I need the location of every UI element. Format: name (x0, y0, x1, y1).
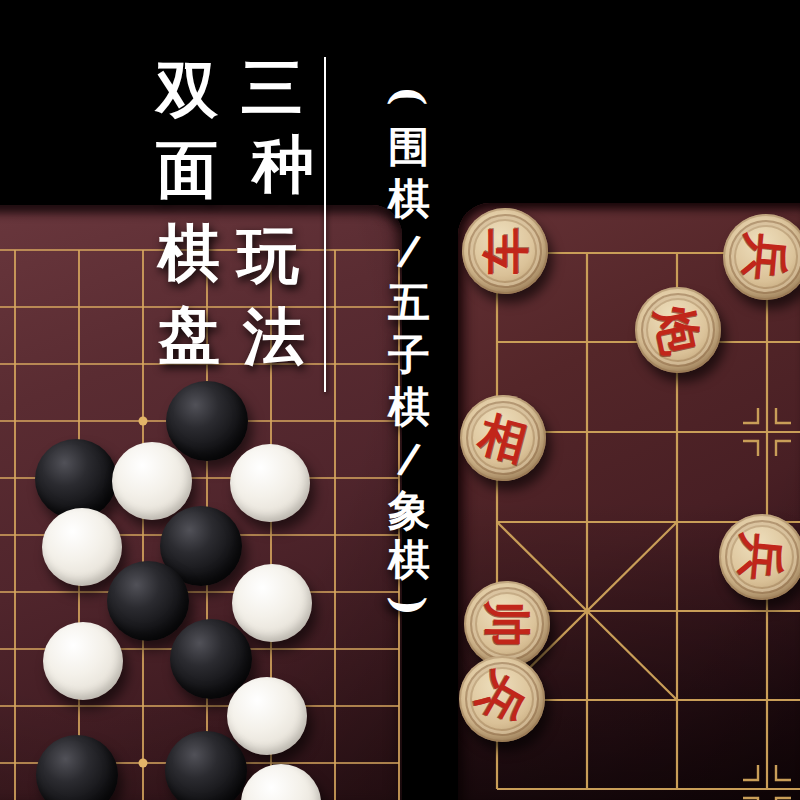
title-char: 棋 (158, 222, 220, 284)
xiangqi-piece-帅[interactable]: 帅 (464, 581, 550, 667)
xiangqi-piece-glyph: 车 (482, 228, 529, 275)
xiangqi-piece-相[interactable]: 相 (460, 395, 546, 481)
subtitle-char: ( (387, 86, 429, 106)
go-stone-white[interactable] (230, 444, 310, 522)
title-char: 三 (241, 57, 303, 119)
subtitle-char: 象 (388, 490, 430, 532)
subtitle-char: ) (387, 596, 429, 616)
go-stone-black[interactable] (35, 439, 117, 519)
xiangqi-piece-glyph: 相 (474, 409, 532, 467)
go-stone-black[interactable] (107, 561, 189, 641)
title-char: 玩 (237, 225, 299, 287)
go-stone-white[interactable] (42, 508, 122, 586)
title-char: 双 (156, 59, 218, 121)
product-photo-stage: 车兵炮相帅兵兵 双面棋盘三种玩法(围棋/五子棋/象棋) (0, 0, 800, 800)
xiangqi-piece-兵[interactable]: 兵 (459, 656, 545, 742)
go-stone-white[interactable] (112, 442, 192, 520)
go-stone-white[interactable] (227, 677, 307, 755)
title-char: 面 (156, 139, 218, 201)
title-char: 法 (243, 306, 305, 368)
subtitle-char: 棋 (388, 386, 430, 428)
caption-divider-line (324, 57, 326, 392)
subtitle-char: 棋 (388, 539, 430, 581)
go-stone-black[interactable] (166, 381, 248, 461)
xiangqi-piece-兵[interactable]: 兵 (723, 214, 800, 300)
xiangqi-piece-炮[interactable]: 炮 (635, 287, 721, 373)
title-char: 种 (252, 134, 314, 196)
xiangqi-piece-glyph: 帅 (484, 601, 531, 648)
subtitle-char: 子 (388, 334, 430, 376)
xiangqi-piece-glyph: 兵 (470, 667, 534, 731)
xiangqi-piece-车[interactable]: 车 (462, 208, 548, 294)
subtitle-char: 五 (388, 282, 430, 324)
title-char: 盘 (158, 304, 220, 366)
xiangqi-piece-glyph: 兵 (741, 232, 792, 283)
subtitle-char: 棋 (388, 178, 430, 220)
subtitle-char: 围 (388, 126, 430, 168)
go-stone-white[interactable] (232, 564, 312, 642)
xiangqi-piece-glyph: 兵 (737, 532, 788, 583)
go-stone-white[interactable] (43, 622, 123, 700)
xiangqi-piece-glyph: 炮 (650, 302, 706, 358)
xiangqi-piece-兵[interactable]: 兵 (719, 514, 800, 600)
